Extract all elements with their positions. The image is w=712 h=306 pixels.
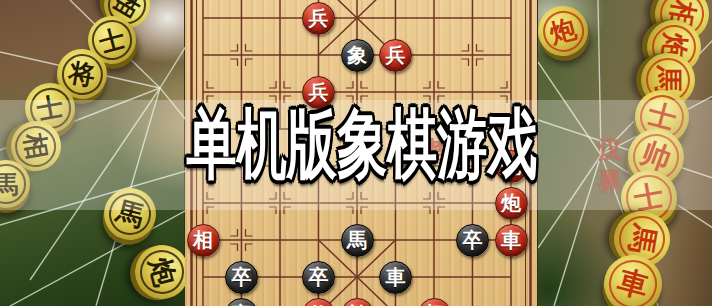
black-piece-卒[interactable]: 卒 xyxy=(225,261,258,294)
black-piece-卒[interactable]: 卒 xyxy=(302,261,335,294)
banner: 相士将士相馬馬炮 炮相炮馬士帅士馬車 楚河 汉界 兵象兵兵炮炮相馬卒車卒卒車卒仕… xyxy=(0,0,712,306)
black-piece-象[interactable]: 象 xyxy=(341,39,374,72)
page-title: 单机版象棋游戏 xyxy=(184,104,540,184)
black-piece-卒[interactable]: 卒 xyxy=(456,224,489,257)
red-piece-車[interactable]: 車 xyxy=(495,224,528,257)
red-piece-兵[interactable]: 兵 xyxy=(379,39,412,72)
red-piece-相[interactable]: 相 xyxy=(187,224,220,257)
red-piece-兵[interactable]: 兵 xyxy=(302,2,335,35)
black-piece-馬[interactable]: 馬 xyxy=(341,224,374,257)
red-piece-炮[interactable]: 炮 xyxy=(495,187,528,220)
black-piece-車[interactable]: 車 xyxy=(379,261,412,294)
